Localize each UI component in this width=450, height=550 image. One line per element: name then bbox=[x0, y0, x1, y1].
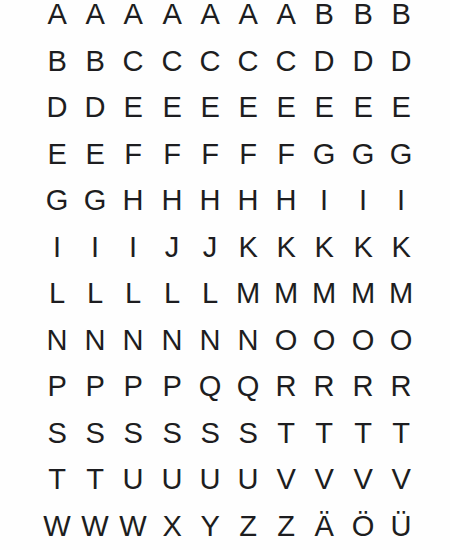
letter-cell-r8c8[interactable]: O bbox=[306, 317, 343, 364]
letter-cell-r7c3[interactable]: L bbox=[115, 270, 152, 317]
letter-cell-r7c10[interactable]: M bbox=[382, 270, 419, 317]
letter-cell-r1c9[interactable]: B bbox=[344, 0, 381, 38]
letter-cell-r9c10[interactable]: R bbox=[382, 363, 419, 410]
letter-cell-r8c10[interactable]: O bbox=[382, 317, 419, 364]
letter-cell-r8c5[interactable]: N bbox=[191, 317, 228, 364]
letter-cell-r3c5[interactable]: E bbox=[191, 84, 228, 131]
letter-cell-r11c5[interactable]: U bbox=[191, 456, 228, 503]
letter-cell-r9c6[interactable]: Q bbox=[230, 363, 267, 410]
letter-cell-r9c7[interactable]: R bbox=[268, 363, 305, 410]
letter-cell-r3c8[interactable]: E bbox=[306, 84, 343, 131]
letter-cell-r2c10[interactable]: D bbox=[382, 38, 419, 85]
letter-cell-r12c8[interactable]: Ä bbox=[306, 503, 343, 550]
letter-cell-r10c9[interactable]: T bbox=[344, 410, 381, 457]
letter-cell-r10c4[interactable]: S bbox=[153, 410, 190, 457]
letter-cell-r8c4[interactable]: N bbox=[153, 317, 190, 364]
letter-cell-r3c9[interactable]: E bbox=[344, 84, 381, 131]
letter-cell-r10c1[interactable]: S bbox=[39, 410, 76, 457]
letter-cell-r7c7[interactable]: M bbox=[268, 270, 305, 317]
letter-cell-r11c3[interactable]: U bbox=[115, 456, 152, 503]
letter-cell-r4c1[interactable]: E bbox=[39, 131, 76, 178]
letter-cell-r10c10[interactable]: T bbox=[382, 410, 419, 457]
letter-cell-r7c9[interactable]: M bbox=[344, 270, 381, 317]
letter-cell-r9c9[interactable]: R bbox=[344, 363, 381, 410]
letter-cell-r3c4[interactable]: E bbox=[153, 84, 190, 131]
letter-cell-r6c5[interactable]: J bbox=[191, 224, 228, 271]
letter-cell-r7c6[interactable]: M bbox=[230, 270, 267, 317]
letter-cell-r9c3[interactable]: P bbox=[115, 363, 152, 410]
letter-cell-r6c8[interactable]: K bbox=[306, 224, 343, 271]
letter-cell-r10c7[interactable]: T bbox=[268, 410, 305, 457]
letter-cell-r6c7[interactable]: K bbox=[268, 224, 305, 271]
letter-cell-r1c8[interactable]: B bbox=[306, 0, 343, 38]
letter-cell-r3c2[interactable]: D bbox=[77, 84, 114, 131]
letter-cell-r7c5[interactable]: L bbox=[191, 270, 228, 317]
letter-cell-r11c9[interactable]: V bbox=[344, 456, 381, 503]
letter-cell-r5c8[interactable]: I bbox=[306, 177, 343, 224]
letter-cell-r2c7[interactable]: C bbox=[268, 38, 305, 85]
letter-cell-r5c3[interactable]: H bbox=[115, 177, 152, 224]
letter-cell-r5c10[interactable]: I bbox=[382, 177, 419, 224]
letter-cell-r7c2[interactable]: L bbox=[77, 270, 114, 317]
letter-cell-r12c9[interactable]: Ö bbox=[344, 503, 381, 550]
letter-cell-r2c4[interactable]: C bbox=[153, 38, 190, 85]
letter-cell-r9c4[interactable]: P bbox=[153, 363, 190, 410]
letter-cell-r3c10[interactable]: E bbox=[382, 84, 419, 131]
letter-cell-r2c9[interactable]: D bbox=[344, 38, 381, 85]
letter-cell-r9c5[interactable]: Q bbox=[191, 363, 228, 410]
letter-cell-r12c10[interactable]: Ü bbox=[382, 503, 419, 550]
letter-cell-r1c10[interactable]: B bbox=[382, 0, 419, 38]
letter-cell-r8c3[interactable]: N bbox=[115, 317, 152, 364]
letter-cell-r2c2[interactable]: B bbox=[77, 38, 114, 85]
letter-cell-r1c1[interactable]: A bbox=[39, 0, 76, 38]
letter-cell-r10c8[interactable]: T bbox=[306, 410, 343, 457]
letter-cell-r3c7[interactable]: E bbox=[268, 84, 305, 131]
letter-cell-r6c9[interactable]: K bbox=[344, 224, 381, 271]
letter-cell-r10c5[interactable]: S bbox=[191, 410, 228, 457]
letter-cell-r2c1[interactable]: B bbox=[39, 38, 76, 85]
letter-cell-r6c4[interactable]: J bbox=[153, 224, 190, 271]
letter-cell-r1c5[interactable]: A bbox=[191, 0, 228, 38]
letter-cell-r11c1[interactable]: T bbox=[39, 456, 76, 503]
letter-cell-r5c2[interactable]: G bbox=[77, 177, 114, 224]
letter-cell-r9c1[interactable]: P bbox=[39, 363, 76, 410]
letter-cell-r1c4[interactable]: A bbox=[153, 0, 190, 38]
letter-cell-r12c4[interactable]: X bbox=[153, 503, 190, 550]
letter-cell-r8c1[interactable]: N bbox=[39, 317, 76, 364]
letter-cell-r6c2[interactable]: I bbox=[77, 224, 114, 271]
letter-cell-r10c3[interactable]: S bbox=[115, 410, 152, 457]
letter-cell-r7c1[interactable]: L bbox=[39, 270, 76, 317]
letter-cell-r10c6[interactable]: S bbox=[230, 410, 267, 457]
letter-cell-r12c2[interactable]: W bbox=[77, 503, 114, 550]
letter-cell-r4c3[interactable]: F bbox=[115, 131, 152, 178]
letter-cell-r1c3[interactable]: A bbox=[115, 0, 152, 38]
letter-cell-r5c5[interactable]: H bbox=[191, 177, 228, 224]
letter-cell-r12c7[interactable]: Z bbox=[268, 503, 305, 550]
letter-cell-r6c1[interactable]: I bbox=[39, 224, 76, 271]
letter-cell-r12c5[interactable]: Y bbox=[191, 503, 228, 550]
letter-cell-r4c9[interactable]: G bbox=[344, 131, 381, 178]
letter-cell-r8c2[interactable]: N bbox=[77, 317, 114, 364]
letter-cell-r12c3[interactable]: W bbox=[115, 503, 152, 550]
letter-cell-r4c4[interactable]: F bbox=[153, 131, 190, 178]
letter-cell-r5c6[interactable]: H bbox=[230, 177, 267, 224]
letter-cell-r1c7[interactable]: A bbox=[268, 0, 305, 38]
letter-cell-r6c6[interactable]: K bbox=[230, 224, 267, 271]
letter-cell-r9c8[interactable]: R bbox=[306, 363, 343, 410]
letter-cell-r5c1[interactable]: G bbox=[39, 177, 76, 224]
letter-cell-r4c5[interactable]: F bbox=[191, 131, 228, 178]
letter-cell-r6c10[interactable]: K bbox=[382, 224, 419, 271]
letter-cell-r7c4[interactable]: L bbox=[153, 270, 190, 317]
letter-cell-r8c6[interactable]: N bbox=[230, 317, 267, 364]
letter-cell-r9c2[interactable]: P bbox=[77, 363, 114, 410]
letter-cell-r11c10[interactable]: V bbox=[382, 456, 419, 503]
letter-cell-r11c2[interactable]: T bbox=[77, 456, 114, 503]
letter-cell-r4c6[interactable]: F bbox=[230, 131, 267, 178]
letter-cell-r2c5[interactable]: C bbox=[191, 38, 228, 85]
letter-cell-r11c7[interactable]: V bbox=[268, 456, 305, 503]
letter-cell-r8c9[interactable]: O bbox=[344, 317, 381, 364]
letter-cell-r12c6[interactable]: Z bbox=[230, 503, 267, 550]
letter-cell-r6c3[interactable]: I bbox=[115, 224, 152, 271]
letter-cell-r5c9[interactable]: I bbox=[344, 177, 381, 224]
letter-cell-r1c2[interactable]: A bbox=[77, 0, 114, 38]
letter-cell-r10c2[interactable]: S bbox=[77, 410, 114, 457]
letter-cell-r2c3[interactable]: C bbox=[115, 38, 152, 85]
letter-cell-r3c1[interactable]: D bbox=[39, 84, 76, 131]
letter-cell-r4c10[interactable]: G bbox=[382, 131, 419, 178]
letter-cell-r11c4[interactable]: U bbox=[153, 456, 190, 503]
letter-cell-r7c8[interactable]: M bbox=[306, 270, 343, 317]
letter-cell-r3c3[interactable]: E bbox=[115, 84, 152, 131]
letter-cell-r11c8[interactable]: V bbox=[306, 456, 343, 503]
letter-cell-r5c4[interactable]: H bbox=[153, 177, 190, 224]
letter-cell-r4c8[interactable]: G bbox=[306, 131, 343, 178]
letter-cell-r2c6[interactable]: C bbox=[230, 38, 267, 85]
letter-cell-r4c2[interactable]: E bbox=[77, 131, 114, 178]
letter-cell-r3c6[interactable]: E bbox=[230, 84, 267, 131]
letter-cell-r2c8[interactable]: D bbox=[306, 38, 343, 85]
letter-cell-r1c6[interactable]: A bbox=[230, 0, 267, 38]
letter-cell-r11c6[interactable]: U bbox=[230, 456, 267, 503]
letter-cell-r4c7[interactable]: F bbox=[268, 131, 305, 178]
letter-cell-r5c7[interactable]: H bbox=[268, 177, 305, 224]
letter-sticker-sheet: AAAAAAABBBBBCCCCCDDDDDEEEEEEEEEEFFFFFGGG… bbox=[38, 0, 420, 549]
letter-cell-r12c1[interactable]: W bbox=[39, 503, 76, 550]
letter-cell-r8c7[interactable]: O bbox=[268, 317, 305, 364]
